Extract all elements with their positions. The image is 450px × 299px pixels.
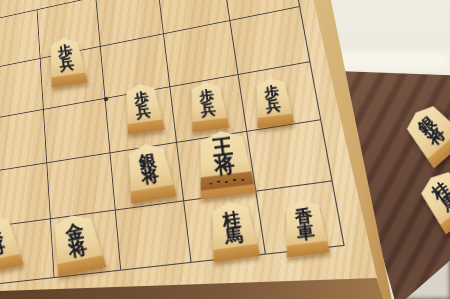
piece-king-28[interactable]: 王将: [192, 128, 256, 199]
grid-cell: [247, 120, 332, 191]
kanji: 兵: [59, 58, 75, 73]
kanji: 将: [68, 239, 89, 259]
kanji: 将: [426, 126, 448, 148]
kanji: 兵: [201, 103, 217, 118]
kanji: 兵: [135, 105, 151, 120]
piece-pawn-37[interactable]: 歩兵: [121, 82, 165, 135]
piece-gold-49[interactable]: 金将: [47, 211, 107, 276]
grid-cell: [47, 153, 116, 219]
kanji: 兵: [266, 99, 282, 114]
kanji: 馬: [224, 226, 244, 244]
piece-pawn-46[interactable]: 歩兵: [45, 36, 88, 88]
shogi-photo-scene: 歩兵 歩兵 歩兵 歩兵 銀将 王将 金将 桂馬 香車 銀将 銀将: [0, 0, 450, 299]
piece-knight-29[interactable]: 桂馬: [205, 199, 260, 262]
piece-pawn-27[interactable]: 歩兵: [186, 80, 230, 132]
grid-cell: [44, 99, 111, 163]
star-point-dot: [103, 96, 108, 101]
piece-lance-19[interactable]: 香車: [280, 198, 330, 258]
grid-cell: [116, 201, 192, 270]
kanji: 将: [214, 155, 236, 176]
piece-silver-38[interactable]: 銀将: [122, 141, 177, 204]
kanji: 将: [141, 168, 160, 186]
kanji: 将: [0, 239, 7, 258]
piece-pawn-17[interactable]: 歩兵: [251, 76, 295, 128]
kanji: 車: [296, 224, 315, 242]
